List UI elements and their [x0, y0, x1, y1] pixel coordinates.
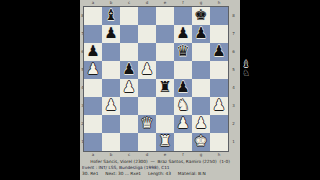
file-label-e: e [156, 0, 174, 6]
piece-white-rook-e1: ♜ [156, 133, 174, 151]
file-label-d: d [138, 0, 156, 6]
event-line: Event : INT/ LSS, Bundesliga (1998), C11 [82, 165, 242, 170]
square-b1 [102, 133, 120, 151]
move-info-line: 30. Re1 Next: 30 ... Rxe1 Length: 43 Mat… [82, 171, 242, 176]
rank-label-7: 7 [230, 25, 237, 43]
square-h3: ♟ [210, 97, 228, 115]
square-b7: ♟ [102, 25, 120, 43]
square-e3 [156, 97, 174, 115]
square-d7 [138, 25, 156, 43]
file-label-f: f [174, 152, 192, 158]
square-g8: ♚ [192, 7, 210, 25]
square-e4: ♜ [156, 79, 174, 97]
square-b4 [102, 79, 120, 97]
file-label-f: f [174, 0, 192, 6]
square-b3: ♟ [102, 97, 120, 115]
chess-board: ♝♚♟♟♟♟♛♟♟♟♟♟♜♟♟♞♟♛♟♟♜♚ [84, 7, 228, 151]
square-b5 [102, 61, 120, 79]
square-f1 [174, 133, 192, 151]
square-f7: ♟ [174, 25, 192, 43]
square-a4 [84, 79, 102, 97]
rank-label-1: 1 [230, 133, 237, 151]
file-label-c: c [120, 0, 138, 6]
file-label-h: h [210, 0, 228, 6]
piece-white-pawn-a5: ♟ [84, 61, 102, 79]
file-label-b: b [102, 152, 120, 158]
piece-white-pawn-c4: ♟ [120, 79, 138, 97]
square-a1 [84, 133, 102, 151]
piece-black-bishop-b8: ♝ [102, 7, 120, 25]
file-label-d: d [138, 152, 156, 158]
rank-label-5: 5 [230, 61, 237, 79]
square-g4 [192, 79, 210, 97]
piece-white-pawn-d5: ♟ [138, 61, 156, 79]
rank-label-2: 2 [230, 115, 237, 133]
square-g3 [192, 97, 210, 115]
square-h8 [210, 7, 228, 25]
square-c5: ♟ [120, 61, 138, 79]
square-b8: ♝ [102, 7, 120, 25]
square-a3 [84, 97, 102, 115]
square-d3 [138, 97, 156, 115]
square-a6: ♟ [84, 43, 102, 61]
piece-black-queen-f6: ♛ [174, 43, 192, 61]
piece-black-pawn-f4: ♟ [174, 79, 192, 97]
piece-black-rook-e4: ♜ [156, 79, 174, 97]
piece-white-pawn-f2: ♟ [174, 115, 192, 133]
piece-black-pawn-b7: ♟ [102, 25, 120, 43]
file-label-h: h [210, 152, 228, 158]
material-imbalance-panel: ♝ ♘ [240, 60, 252, 78]
square-g1: ♚ [192, 133, 210, 151]
square-c1 [120, 133, 138, 151]
file-label-c: c [120, 152, 138, 158]
square-h5 [210, 61, 228, 79]
piece-black-king-g8: ♚ [192, 7, 210, 25]
square-c7 [120, 25, 138, 43]
square-h2 [210, 115, 228, 133]
rank-label-4: 4 [230, 79, 237, 97]
square-f4: ♟ [174, 79, 192, 97]
chess-diagram-panel: abcdefgh 87654321 87654321 ♝♚♟♟♟♟♛♟♟♟♟♟♜… [80, 0, 240, 180]
video-frame: abcdefgh 87654321 87654321 ♝♚♟♟♟♟♛♟♟♟♟♟♜… [0, 0, 320, 180]
piece-white-queen-d2: ♛ [138, 115, 156, 133]
square-f8 [174, 7, 192, 25]
square-a7 [84, 25, 102, 43]
square-a8 [84, 7, 102, 25]
square-g7: ♟ [192, 25, 210, 43]
file-label-a: a [84, 0, 102, 6]
square-e6 [156, 43, 174, 61]
players-line: Hofer Sancis, Viorel (2300) — Braz Santo… [80, 159, 240, 164]
square-h6: ♟ [210, 43, 228, 61]
square-e1: ♜ [156, 133, 174, 151]
square-a2 [84, 115, 102, 133]
piece-black-pawn-a6: ♟ [84, 43, 102, 61]
square-f6: ♛ [174, 43, 192, 61]
piece-black-pawn-g7: ♟ [192, 25, 210, 43]
rank-labels-right: 87654321 [230, 7, 237, 151]
square-a5: ♟ [84, 61, 102, 79]
square-c8 [120, 7, 138, 25]
piece-black-pawn-h6: ♟ [210, 43, 228, 61]
piece-white-king-g1: ♚ [192, 133, 210, 151]
square-d2: ♛ [138, 115, 156, 133]
piece-white-pawn-h3: ♟ [210, 97, 228, 115]
piece-black-pawn-c5: ♟ [120, 61, 138, 79]
square-e2 [156, 115, 174, 133]
square-g6 [192, 43, 210, 61]
square-c3 [120, 97, 138, 115]
square-e7 [156, 25, 174, 43]
square-c2 [120, 115, 138, 133]
file-labels-bottom: abcdefgh [84, 152, 228, 158]
rank-label-3: 3 [230, 97, 237, 115]
square-h4 [210, 79, 228, 97]
square-c4: ♟ [120, 79, 138, 97]
square-d8 [138, 7, 156, 25]
square-g2: ♟ [192, 115, 210, 133]
square-f5 [174, 61, 192, 79]
material-white-knight-icon: ♘ [242, 69, 250, 78]
left-black-bar [0, 0, 80, 180]
square-b6 [102, 43, 120, 61]
square-c6 [120, 43, 138, 61]
square-h7 [210, 25, 228, 43]
square-f3: ♞ [174, 97, 192, 115]
square-f2: ♟ [174, 115, 192, 133]
square-e5 [156, 61, 174, 79]
right-black-bar [240, 0, 320, 180]
file-label-g: g [192, 152, 210, 158]
piece-white-pawn-g2: ♟ [192, 115, 210, 133]
square-h1 [210, 133, 228, 151]
square-d1 [138, 133, 156, 151]
file-label-e: e [156, 152, 174, 158]
square-d6 [138, 43, 156, 61]
square-d5: ♟ [138, 61, 156, 79]
square-b2 [102, 115, 120, 133]
file-label-a: a [84, 152, 102, 158]
rank-label-6: 6 [230, 43, 237, 61]
piece-white-pawn-b3: ♟ [102, 97, 120, 115]
rank-label-8: 8 [230, 7, 237, 25]
piece-white-knight-f3: ♞ [174, 97, 192, 115]
square-d4 [138, 79, 156, 97]
square-e8 [156, 7, 174, 25]
square-g5 [192, 61, 210, 79]
piece-black-pawn-f7: ♟ [174, 25, 192, 43]
